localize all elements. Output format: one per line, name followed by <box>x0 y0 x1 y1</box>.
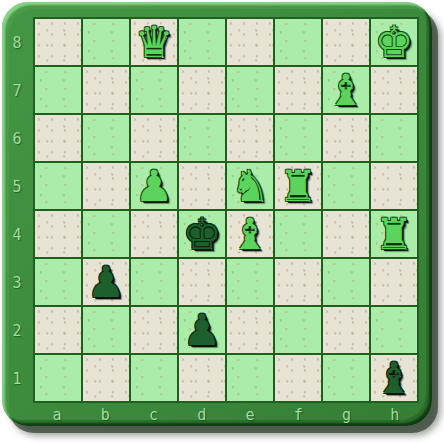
square-e5[interactable]: ♞ <box>227 163 273 209</box>
file-label-g: g <box>323 404 371 426</box>
square-g4[interactable] <box>323 211 369 257</box>
square-d3[interactable] <box>179 259 225 305</box>
square-h6[interactable] <box>371 115 417 161</box>
square-h2[interactable] <box>371 307 417 353</box>
file-label-e: e <box>226 404 274 426</box>
square-f8[interactable] <box>275 19 321 65</box>
square-h7[interactable] <box>371 67 417 113</box>
square-e2[interactable] <box>227 307 273 353</box>
square-f1[interactable] <box>275 355 321 401</box>
piece-black-king[interactable]: ♚ <box>183 211 222 257</box>
rank-label-6: 6 <box>2 115 32 163</box>
square-d7[interactable] <box>179 67 225 113</box>
square-b1[interactable] <box>83 355 129 401</box>
square-d4[interactable]: ♚ <box>179 211 225 257</box>
file-label-d: d <box>178 404 226 426</box>
square-d2[interactable]: ♟ <box>179 307 225 353</box>
square-g6[interactable] <box>323 115 369 161</box>
square-c6[interactable] <box>131 115 177 161</box>
piece-white-bishop[interactable]: ♝ <box>231 211 270 257</box>
square-f3[interactable] <box>275 259 321 305</box>
square-e1[interactable] <box>227 355 273 401</box>
frame-background: 87654321 ♛♚♝♟♞♜♚♝♜♟♟♝ abcdefgh <box>2 2 432 426</box>
rank-label-5: 5 <box>2 163 32 211</box>
square-f6[interactable] <box>275 115 321 161</box>
square-f2[interactable] <box>275 307 321 353</box>
square-e7[interactable] <box>227 67 273 113</box>
square-c4[interactable] <box>131 211 177 257</box>
square-d5[interactable] <box>179 163 225 209</box>
square-d1[interactable] <box>179 355 225 401</box>
square-b3[interactable]: ♟ <box>83 259 129 305</box>
rank-label-2: 2 <box>2 307 32 355</box>
square-a8[interactable] <box>35 19 81 65</box>
square-g8[interactable] <box>323 19 369 65</box>
piece-white-queen[interactable]: ♛ <box>135 19 174 65</box>
piece-white-knight[interactable]: ♞ <box>231 163 270 209</box>
square-c3[interactable] <box>131 259 177 305</box>
square-a3[interactable] <box>35 259 81 305</box>
square-e6[interactable] <box>227 115 273 161</box>
rank-label-3: 3 <box>2 259 32 307</box>
piece-black-pawn[interactable]: ♟ <box>87 259 126 305</box>
rank-label-1: 1 <box>2 355 32 403</box>
square-b5[interactable] <box>83 163 129 209</box>
square-a2[interactable] <box>35 307 81 353</box>
square-c5[interactable]: ♟ <box>131 163 177 209</box>
square-h4[interactable]: ♜ <box>371 211 417 257</box>
square-g3[interactable] <box>323 259 369 305</box>
square-c1[interactable] <box>131 355 177 401</box>
square-g7[interactable]: ♝ <box>323 67 369 113</box>
square-c7[interactable] <box>131 67 177 113</box>
square-d8[interactable] <box>179 19 225 65</box>
rank-label-8: 8 <box>2 19 32 67</box>
square-h5[interactable] <box>371 163 417 209</box>
rank-label-7: 7 <box>2 67 32 115</box>
piece-white-bishop[interactable]: ♝ <box>327 67 366 113</box>
square-b7[interactable] <box>83 67 129 113</box>
square-a5[interactable] <box>35 163 81 209</box>
square-g2[interactable] <box>323 307 369 353</box>
square-b6[interactable] <box>83 115 129 161</box>
square-a6[interactable] <box>35 115 81 161</box>
piece-white-rook[interactable]: ♜ <box>375 211 414 257</box>
square-b8[interactable] <box>83 19 129 65</box>
square-c8[interactable]: ♛ <box>131 19 177 65</box>
square-b2[interactable] <box>83 307 129 353</box>
piece-black-pawn[interactable]: ♟ <box>183 307 222 353</box>
square-f5[interactable]: ♜ <box>275 163 321 209</box>
square-h1[interactable]: ♝ <box>371 355 417 401</box>
file-label-c: c <box>130 404 178 426</box>
file-label-h: h <box>371 404 419 426</box>
file-label-f: f <box>274 404 322 426</box>
square-d6[interactable] <box>179 115 225 161</box>
square-e4[interactable]: ♝ <box>227 211 273 257</box>
square-b4[interactable] <box>83 211 129 257</box>
square-a4[interactable] <box>35 211 81 257</box>
square-f4[interactable] <box>275 211 321 257</box>
piece-white-king[interactable]: ♚ <box>375 19 414 65</box>
square-h3[interactable] <box>371 259 417 305</box>
piece-white-pawn[interactable]: ♟ <box>135 163 174 209</box>
file-label-b: b <box>81 404 129 426</box>
rank-labels: 87654321 <box>2 19 32 403</box>
square-g5[interactable] <box>323 163 369 209</box>
square-a7[interactable] <box>35 67 81 113</box>
square-f7[interactable] <box>275 67 321 113</box>
square-e8[interactable] <box>227 19 273 65</box>
file-labels: abcdefgh <box>33 404 419 426</box>
chess-board: ♛♚♝♟♞♜♚♝♜♟♟♝ <box>33 17 419 403</box>
square-a1[interactable] <box>35 355 81 401</box>
board-frame: 87654321 ♛♚♝♟♞♜♚♝♜♟♟♝ abcdefgh <box>0 0 444 442</box>
square-g1[interactable] <box>323 355 369 401</box>
piece-black-bishop[interactable]: ♝ <box>375 355 414 401</box>
rank-label-4: 4 <box>2 211 32 259</box>
square-e3[interactable] <box>227 259 273 305</box>
square-h8[interactable]: ♚ <box>371 19 417 65</box>
file-label-a: a <box>33 404 81 426</box>
piece-white-rook[interactable]: ♜ <box>279 163 318 209</box>
square-c2[interactable] <box>131 307 177 353</box>
